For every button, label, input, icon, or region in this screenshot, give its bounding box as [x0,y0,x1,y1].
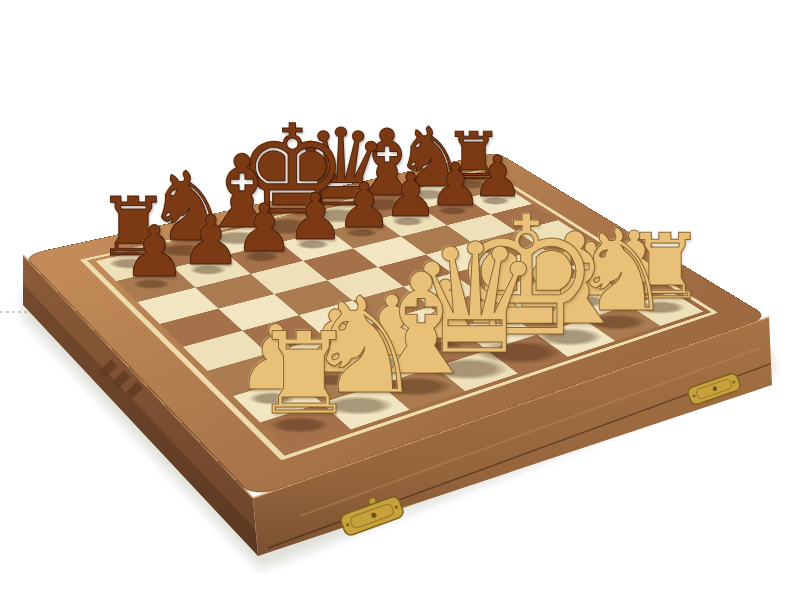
piece-dark-pawn[interactable]: ♟ [180,206,241,274]
piece-dark-pawn[interactable]: ♟ [123,218,186,289]
piece-dark-pawn[interactable]: ♟ [336,175,392,237]
piece-dark-pawn[interactable]: ♟ [287,185,345,249]
chess-set-photo-scene: ♜♞♟♝♟♛♟♚♟♝♟♞♟♜♟♟♟♟♜♟♞♟♝♟♚♟♛♟♝♟♞♜ [0,0,800,600]
piece-light-rook[interactable]: ♜ [253,318,354,431]
piece-dark-pawn[interactable]: ♟ [235,195,294,261]
